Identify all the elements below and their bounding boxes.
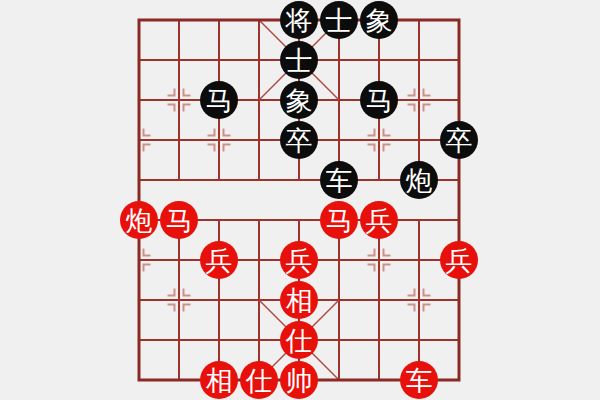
point-d9[interactable]: 仕 xyxy=(239,360,279,400)
point-f1[interactable] xyxy=(319,40,359,80)
point-b0[interactable] xyxy=(159,0,199,40)
point-e0[interactable]: 将 xyxy=(279,0,319,40)
point-b7[interactable] xyxy=(159,280,199,320)
point-d4[interactable] xyxy=(239,160,279,200)
point-a5[interactable]: 炮 xyxy=(119,200,159,240)
point-d2[interactable] xyxy=(239,80,279,120)
point-d7[interactable] xyxy=(239,280,279,320)
piece-red-pawn[interactable]: 兵 xyxy=(200,241,238,279)
point-b9[interactable] xyxy=(159,360,199,400)
point-a7[interactable] xyxy=(119,280,159,320)
point-i6[interactable]: 兵 xyxy=(439,240,479,280)
point-a9[interactable] xyxy=(119,360,159,400)
xiangqi-app: 将士象士马象马卒卒车炮炮马马兵兵兵兵相仕相仕帅车 xyxy=(0,0,600,400)
point-i8[interactable] xyxy=(439,320,479,360)
point-g1[interactable] xyxy=(359,40,399,80)
piece-black-horse[interactable]: 马 xyxy=(360,81,398,119)
point-i3[interactable]: 卒 xyxy=(439,120,479,160)
point-b2[interactable] xyxy=(159,80,199,120)
point-e4[interactable] xyxy=(279,160,319,200)
point-h9[interactable]: 车 xyxy=(399,360,439,400)
piece-red-horse[interactable]: 马 xyxy=(320,201,358,239)
point-f6[interactable] xyxy=(319,240,359,280)
point-d3[interactable] xyxy=(239,120,279,160)
point-i7[interactable] xyxy=(439,280,479,320)
xiangqi-board: 将士象士马象马卒卒车炮炮马马兵兵兵兵相仕相仕帅车 xyxy=(0,0,600,400)
piece-black-advisor[interactable]: 士 xyxy=(280,41,318,79)
point-h3[interactable] xyxy=(399,120,439,160)
piece-black-elephant[interactable]: 象 xyxy=(360,1,398,39)
point-a0[interactable] xyxy=(119,0,159,40)
piece-black-pawn[interactable]: 卒 xyxy=(440,121,478,159)
point-c0[interactable] xyxy=(199,0,239,40)
point-g4[interactable] xyxy=(359,160,399,200)
point-i5[interactable] xyxy=(439,200,479,240)
point-g3[interactable] xyxy=(359,120,399,160)
point-g8[interactable] xyxy=(359,320,399,360)
piece-black-cannon[interactable]: 炮 xyxy=(400,161,438,199)
point-a6[interactable] xyxy=(119,240,159,280)
point-e6[interactable]: 兵 xyxy=(279,240,319,280)
point-b5[interactable]: 马 xyxy=(159,200,199,240)
point-h7[interactable] xyxy=(399,280,439,320)
point-c5[interactable] xyxy=(199,200,239,240)
point-a8[interactable] xyxy=(119,320,159,360)
point-g0[interactable]: 象 xyxy=(359,0,399,40)
point-a3[interactable] xyxy=(119,120,159,160)
piece-black-advisor[interactable]: 士 xyxy=(320,1,358,39)
point-d8[interactable] xyxy=(239,320,279,360)
point-e8[interactable]: 仕 xyxy=(279,320,319,360)
point-g7[interactable] xyxy=(359,280,399,320)
point-f7[interactable] xyxy=(319,280,359,320)
point-f5[interactable]: 马 xyxy=(319,200,359,240)
point-a4[interactable] xyxy=(119,160,159,200)
piece-red-advisor[interactable]: 仕 xyxy=(240,361,278,399)
point-d6[interactable] xyxy=(239,240,279,280)
point-b1[interactable] xyxy=(159,40,199,80)
point-f3[interactable] xyxy=(319,120,359,160)
piece-black-pawn[interactable]: 卒 xyxy=(280,121,318,159)
point-h1[interactable] xyxy=(399,40,439,80)
point-e7[interactable]: 相 xyxy=(279,280,319,320)
point-c4[interactable] xyxy=(199,160,239,200)
point-f2[interactable] xyxy=(319,80,359,120)
point-i9[interactable] xyxy=(439,360,479,400)
point-c7[interactable] xyxy=(199,280,239,320)
point-i1[interactable] xyxy=(439,40,479,80)
point-f0[interactable]: 士 xyxy=(319,0,359,40)
piece-red-advisor[interactable]: 仕 xyxy=(280,321,318,359)
point-c2[interactable]: 马 xyxy=(199,80,239,120)
point-a2[interactable] xyxy=(119,80,159,120)
point-i4[interactable] xyxy=(439,160,479,200)
point-g5[interactable]: 兵 xyxy=(359,200,399,240)
board-points: 将士象士马象马卒卒车炮炮马马兵兵兵兵相仕相仕帅车 xyxy=(119,0,479,400)
point-e2[interactable]: 象 xyxy=(279,80,319,120)
point-g2[interactable]: 马 xyxy=(359,80,399,120)
point-f9[interactable] xyxy=(319,360,359,400)
point-e1[interactable]: 士 xyxy=(279,40,319,80)
point-c3[interactable] xyxy=(199,120,239,160)
point-g6[interactable] xyxy=(359,240,399,280)
point-h2[interactable] xyxy=(399,80,439,120)
point-h0[interactable] xyxy=(399,0,439,40)
point-c6[interactable]: 兵 xyxy=(199,240,239,280)
point-h8[interactable] xyxy=(399,320,439,360)
point-e3[interactable]: 卒 xyxy=(279,120,319,160)
piece-red-pawn[interactable]: 兵 xyxy=(280,241,318,279)
point-e5[interactable] xyxy=(279,200,319,240)
piece-red-chariot[interactable]: 车 xyxy=(400,361,438,399)
point-b6[interactable] xyxy=(159,240,199,280)
point-e9[interactable]: 帅 xyxy=(279,360,319,400)
piece-red-elephant[interactable]: 相 xyxy=(280,281,318,319)
point-h5[interactable] xyxy=(399,200,439,240)
point-d5[interactable] xyxy=(239,200,279,240)
piece-black-general[interactable]: 将 xyxy=(280,1,318,39)
point-b4[interactable] xyxy=(159,160,199,200)
point-g9[interactable] xyxy=(359,360,399,400)
piece-red-pawn[interactable]: 兵 xyxy=(360,201,398,239)
point-d0[interactable] xyxy=(239,0,279,40)
piece-black-elephant[interactable]: 象 xyxy=(280,81,318,119)
point-i0[interactable] xyxy=(439,0,479,40)
point-h4[interactable]: 炮 xyxy=(399,160,439,200)
piece-red-horse[interactable]: 马 xyxy=(160,201,198,239)
point-b8[interactable] xyxy=(159,320,199,360)
point-i2[interactable] xyxy=(439,80,479,120)
point-b3[interactable] xyxy=(159,120,199,160)
point-c8[interactable] xyxy=(199,320,239,360)
point-d1[interactable] xyxy=(239,40,279,80)
point-f8[interactable] xyxy=(319,320,359,360)
piece-black-horse[interactable]: 马 xyxy=(200,81,238,119)
point-h6[interactable] xyxy=(399,240,439,280)
piece-red-pawn[interactable]: 兵 xyxy=(440,241,478,279)
point-c9[interactable]: 相 xyxy=(199,360,239,400)
point-c1[interactable] xyxy=(199,40,239,80)
point-f4[interactable]: 车 xyxy=(319,160,359,200)
point-a1[interactable] xyxy=(119,40,159,80)
piece-black-chariot[interactable]: 车 xyxy=(320,161,358,199)
piece-red-cannon[interactable]: 炮 xyxy=(120,201,158,239)
piece-red-general[interactable]: 帅 xyxy=(280,361,318,399)
piece-red-elephant[interactable]: 相 xyxy=(200,361,238,399)
